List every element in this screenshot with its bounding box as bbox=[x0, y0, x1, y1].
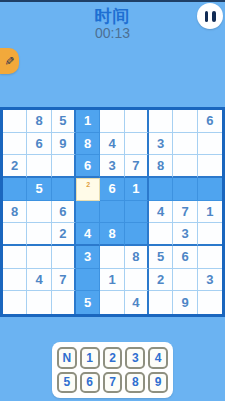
sudoku-cell-r7c8[interactable]: 6 bbox=[173, 246, 197, 269]
screen-top-edge bbox=[0, 0, 225, 2]
sudoku-cell-r9c5[interactable] bbox=[100, 291, 124, 314]
sudoku-cell-r5c8[interactable]: 7 bbox=[173, 201, 197, 224]
sudoku-cell-r2c9[interactable] bbox=[198, 133, 222, 156]
sudoku-cell-r3c1[interactable]: 2 bbox=[3, 155, 27, 178]
sudoku-cell-r6c2[interactable] bbox=[27, 223, 51, 246]
sudoku-cell-r5c2[interactable] bbox=[27, 201, 51, 224]
sudoku-cell-r6c8[interactable]: 3 bbox=[173, 223, 197, 246]
pencil-icon: ✎ bbox=[4, 56, 16, 66]
sudoku-cell-r7c4[interactable]: 3 bbox=[76, 246, 100, 269]
sudoku-cell-r9c7[interactable] bbox=[149, 291, 173, 314]
sudoku-cell-r3c3[interactable] bbox=[52, 155, 76, 178]
sudoku-cell-r9c4[interactable]: 5 bbox=[76, 291, 100, 314]
sudoku-cell-r8c8[interactable] bbox=[173, 269, 197, 292]
notes-badge[interactable]: ✎ bbox=[0, 48, 19, 74]
timer-value: 00:13 bbox=[0, 25, 225, 41]
sudoku-cell-r6c6[interactable] bbox=[125, 223, 149, 246]
keypad-button-5[interactable]: 5 bbox=[57, 372, 77, 394]
sudoku-cell-r7c5[interactable] bbox=[100, 246, 124, 269]
sudoku-cell-r2c3[interactable]: 9 bbox=[52, 133, 76, 156]
keypad-button-3[interactable]: 3 bbox=[125, 347, 145, 369]
sudoku-cell-r3c2[interactable] bbox=[27, 155, 51, 178]
sudoku-cell-r5c5[interactable] bbox=[100, 201, 124, 224]
sudoku-cell-r9c3[interactable] bbox=[52, 291, 76, 314]
sudoku-cell-r7c9[interactable] bbox=[198, 246, 222, 269]
sudoku-cell-r6c3[interactable]: 2 bbox=[52, 223, 76, 246]
sudoku-cell-r3c4[interactable]: 6 bbox=[76, 155, 100, 178]
sudoku-cell-r8c2[interactable]: 4 bbox=[27, 269, 51, 292]
sudoku-cell-r9c8[interactable]: 9 bbox=[173, 291, 197, 314]
sudoku-cell-r8c9[interactable]: 3 bbox=[198, 269, 222, 292]
sudoku-cell-r1c9[interactable]: 6 bbox=[198, 110, 222, 133]
sudoku-cell-r5c9[interactable]: 1 bbox=[198, 201, 222, 224]
keypad-button-4[interactable]: 4 bbox=[148, 347, 168, 369]
sudoku-cell-r6c5[interactable]: 8 bbox=[100, 223, 124, 246]
sudoku-cell-r4c4[interactable]: 2 bbox=[76, 178, 100, 201]
sudoku-cell-r2c6[interactable] bbox=[125, 133, 149, 156]
sudoku-cell-r6c7[interactable] bbox=[149, 223, 173, 246]
keypad-button-2[interactable]: 2 bbox=[103, 347, 123, 369]
pause-icon bbox=[205, 11, 216, 22]
sudoku-board: 851669843263785261864712483385647123549 bbox=[0, 107, 225, 317]
sudoku-cell-r4c6[interactable]: 1 bbox=[125, 178, 149, 201]
sudoku-cell-r2c2[interactable]: 6 bbox=[27, 133, 51, 156]
sudoku-cell-r4c7[interactable] bbox=[149, 178, 173, 201]
sudoku-cell-r7c1[interactable] bbox=[3, 246, 27, 269]
sudoku-cell-r5c7[interactable]: 4 bbox=[149, 201, 173, 224]
sudoku-cell-r9c2[interactable] bbox=[27, 291, 51, 314]
sudoku-cell-r3c9[interactable] bbox=[198, 155, 222, 178]
sudoku-cell-r4c5[interactable]: 6 bbox=[100, 178, 124, 201]
sudoku-cell-r7c2[interactable] bbox=[27, 246, 51, 269]
keypad-button-9[interactable]: 9 bbox=[148, 372, 168, 394]
keypad-button-1[interactable]: 1 bbox=[80, 347, 100, 369]
sudoku-cell-r1c5[interactable] bbox=[100, 110, 124, 133]
keypad-button-6[interactable]: 6 bbox=[80, 372, 100, 394]
sudoku-cell-r1c2[interactable]: 8 bbox=[27, 110, 51, 133]
sudoku-cell-r3c8[interactable] bbox=[173, 155, 197, 178]
sudoku-cell-r9c9[interactable] bbox=[198, 291, 222, 314]
sudoku-cell-r7c3[interactable] bbox=[52, 246, 76, 269]
keypad-button-7[interactable]: 7 bbox=[103, 372, 123, 394]
sudoku-cell-r1c1[interactable] bbox=[3, 110, 27, 133]
sudoku-cell-r9c1[interactable] bbox=[3, 291, 27, 314]
sudoku-cell-r8c5[interactable]: 1 bbox=[100, 269, 124, 292]
sudoku-cell-r6c1[interactable] bbox=[3, 223, 27, 246]
sudoku-cell-r7c7[interactable]: 5 bbox=[149, 246, 173, 269]
sudoku-cell-r2c7[interactable]: 3 bbox=[149, 133, 173, 156]
sudoku-cell-r5c3[interactable]: 6 bbox=[52, 201, 76, 224]
sudoku-cell-r2c1[interactable] bbox=[3, 133, 27, 156]
keypad-button-8[interactable]: 8 bbox=[125, 372, 145, 394]
sudoku-cell-r1c8[interactable] bbox=[173, 110, 197, 133]
sudoku-cell-r4c3[interactable] bbox=[52, 178, 76, 201]
sudoku-cell-r3c6[interactable]: 7 bbox=[125, 155, 149, 178]
sudoku-cell-r9c6[interactable]: 4 bbox=[125, 291, 149, 314]
sudoku-cell-r5c6[interactable] bbox=[125, 201, 149, 224]
notes-toggle-button[interactable]: N bbox=[57, 347, 77, 369]
sudoku-cell-r3c7[interactable]: 8 bbox=[149, 155, 173, 178]
sudoku-cell-r8c3[interactable]: 7 bbox=[52, 269, 76, 292]
sudoku-cell-r4c1[interactable] bbox=[3, 178, 27, 201]
number-pad: N 1 2 3 4 5 6 7 8 9 bbox=[52, 342, 173, 398]
pencil-note-2: 2 bbox=[86, 181, 90, 188]
sudoku-cell-r7c6[interactable]: 8 bbox=[125, 246, 149, 269]
sudoku-cell-r2c5[interactable]: 4 bbox=[100, 133, 124, 156]
sudoku-cell-r4c8[interactable] bbox=[173, 178, 197, 201]
sudoku-cell-r4c2[interactable]: 5 bbox=[27, 178, 51, 201]
sudoku-cell-r3c5[interactable]: 3 bbox=[100, 155, 124, 178]
sudoku-cell-r1c4[interactable]: 1 bbox=[76, 110, 100, 133]
sudoku-cell-r6c4[interactable]: 4 bbox=[76, 223, 100, 246]
sudoku-cell-r8c7[interactable]: 2 bbox=[149, 269, 173, 292]
sudoku-cell-r1c7[interactable] bbox=[149, 110, 173, 133]
sudoku-cell-r8c4[interactable] bbox=[76, 269, 100, 292]
sudoku-cell-r8c6[interactable] bbox=[125, 269, 149, 292]
sudoku-cell-r1c6[interactable] bbox=[125, 110, 149, 133]
sudoku-cell-r2c8[interactable] bbox=[173, 133, 197, 156]
sudoku-cell-r4c9[interactable] bbox=[198, 178, 222, 201]
sudoku-cell-r8c1[interactable] bbox=[3, 269, 27, 292]
sudoku-cell-r5c1[interactable]: 8 bbox=[3, 201, 27, 224]
sudoku-cell-r1c3[interactable]: 5 bbox=[52, 110, 76, 133]
sudoku-cell-r5c4[interactable] bbox=[76, 201, 100, 224]
sudoku-cell-r2c4[interactable]: 8 bbox=[76, 133, 100, 156]
sudoku-cell-r6c9[interactable] bbox=[198, 223, 222, 246]
pause-button[interactable] bbox=[197, 3, 223, 29]
